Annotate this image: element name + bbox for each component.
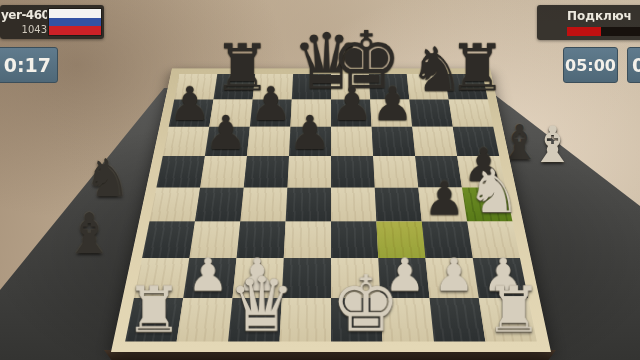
square-f7[interactable]: ♟	[370, 100, 412, 127]
square-e1[interactable]: ♚	[331, 298, 382, 341]
piece-black-queen-d8[interactable]: ♛	[292, 25, 331, 99]
piece-black-pawn-g4[interactable]: ♟	[422, 177, 467, 221]
square-g1[interactable]	[430, 298, 486, 341]
piece-black-pawn-a7[interactable]: ♟	[169, 82, 210, 126]
piece-white-knight-h4[interactable]: ♞	[467, 164, 512, 221]
square-c6[interactable]	[247, 127, 291, 156]
square-b1[interactable]	[177, 298, 233, 341]
square-b4[interactable]	[195, 187, 244, 221]
piece-black-pawn-f7[interactable]: ♟	[372, 82, 413, 126]
square-g2[interactable]: ♟	[425, 258, 478, 298]
square-d6[interactable]: ♟	[289, 127, 331, 156]
board-frame: ♜♛♚♞♜♟♟♟♟♟♟♟♟♞♟♟♟♟♟♜♛♚♜	[111, 68, 551, 352]
square-h7[interactable]	[449, 100, 494, 127]
piece-white-king-e1[interactable]: ♚	[331, 267, 382, 340]
square-f4[interactable]	[375, 187, 422, 221]
square-g4[interactable]: ♟	[418, 187, 467, 221]
square-d5[interactable]	[287, 156, 331, 187]
square-g7[interactable]	[409, 100, 452, 127]
piece-black-pawn-d6[interactable]: ♟	[289, 111, 331, 156]
square-a4[interactable]	[150, 187, 201, 221]
square-b5[interactable]	[200, 156, 247, 187]
piece-white-rook-h1[interactable]: ♜	[485, 280, 536, 340]
square-c7[interactable]: ♟	[250, 100, 292, 127]
square-c5[interactable]	[244, 156, 289, 187]
piece-white-pawn-g2[interactable]: ♟	[429, 254, 478, 297]
square-d3[interactable]	[284, 221, 331, 258]
square-e5[interactable]	[331, 156, 375, 187]
square-e6[interactable]	[331, 127, 373, 156]
square-e7[interactable]: ♟	[331, 100, 372, 127]
square-a5[interactable]	[156, 156, 204, 187]
square-d4[interactable]	[286, 187, 331, 221]
square-h1[interactable]: ♜	[479, 298, 537, 341]
square-h4[interactable]: ♞	[462, 187, 513, 221]
piece-black-pawn-c7[interactable]: ♟	[250, 82, 291, 126]
chess-game-screen: ♞♝♝♝ ♜♛♚♞♜♟♟♟♟♟♟♟♟♞♟♟♟♟♟♜♛♚♜ yer-460 104…	[0, 0, 640, 360]
piece-black-knight-g8[interactable]: ♞	[409, 41, 448, 99]
square-e3[interactable]	[331, 221, 378, 258]
square-a6[interactable]	[163, 127, 210, 156]
square-d8[interactable]: ♛	[292, 74, 331, 99]
square-b6[interactable]: ♟	[205, 127, 250, 156]
piece-black-pawn-b6[interactable]: ♟	[205, 111, 247, 156]
square-f6[interactable]	[372, 127, 416, 156]
piece-white-rook-a1[interactable]: ♜	[125, 280, 176, 340]
piece-black-pawn-e7[interactable]: ♟	[331, 82, 372, 126]
piece-white-pawn-b2[interactable]: ♟	[183, 254, 232, 297]
square-a1[interactable]: ♜	[125, 298, 183, 341]
chess-board[interactable]: ♜♛♚♞♜♟♟♟♟♟♟♟♟♞♟♟♟♟♟♜♛♚♜	[125, 74, 537, 341]
square-f5[interactable]	[373, 156, 418, 187]
piece-white-queen-c1[interactable]: ♛	[228, 269, 279, 340]
board-scene: ♜♛♚♞♜♟♟♟♟♟♟♟♟♞♟♟♟♟♟♜♛♚♜	[0, 0, 640, 360]
square-c4[interactable]	[240, 187, 287, 221]
square-e4[interactable]	[331, 187, 376, 221]
piece-black-rook-b8[interactable]: ♜	[214, 38, 253, 100]
square-g6[interactable]	[412, 127, 457, 156]
square-c1[interactable]: ♛	[228, 298, 282, 341]
